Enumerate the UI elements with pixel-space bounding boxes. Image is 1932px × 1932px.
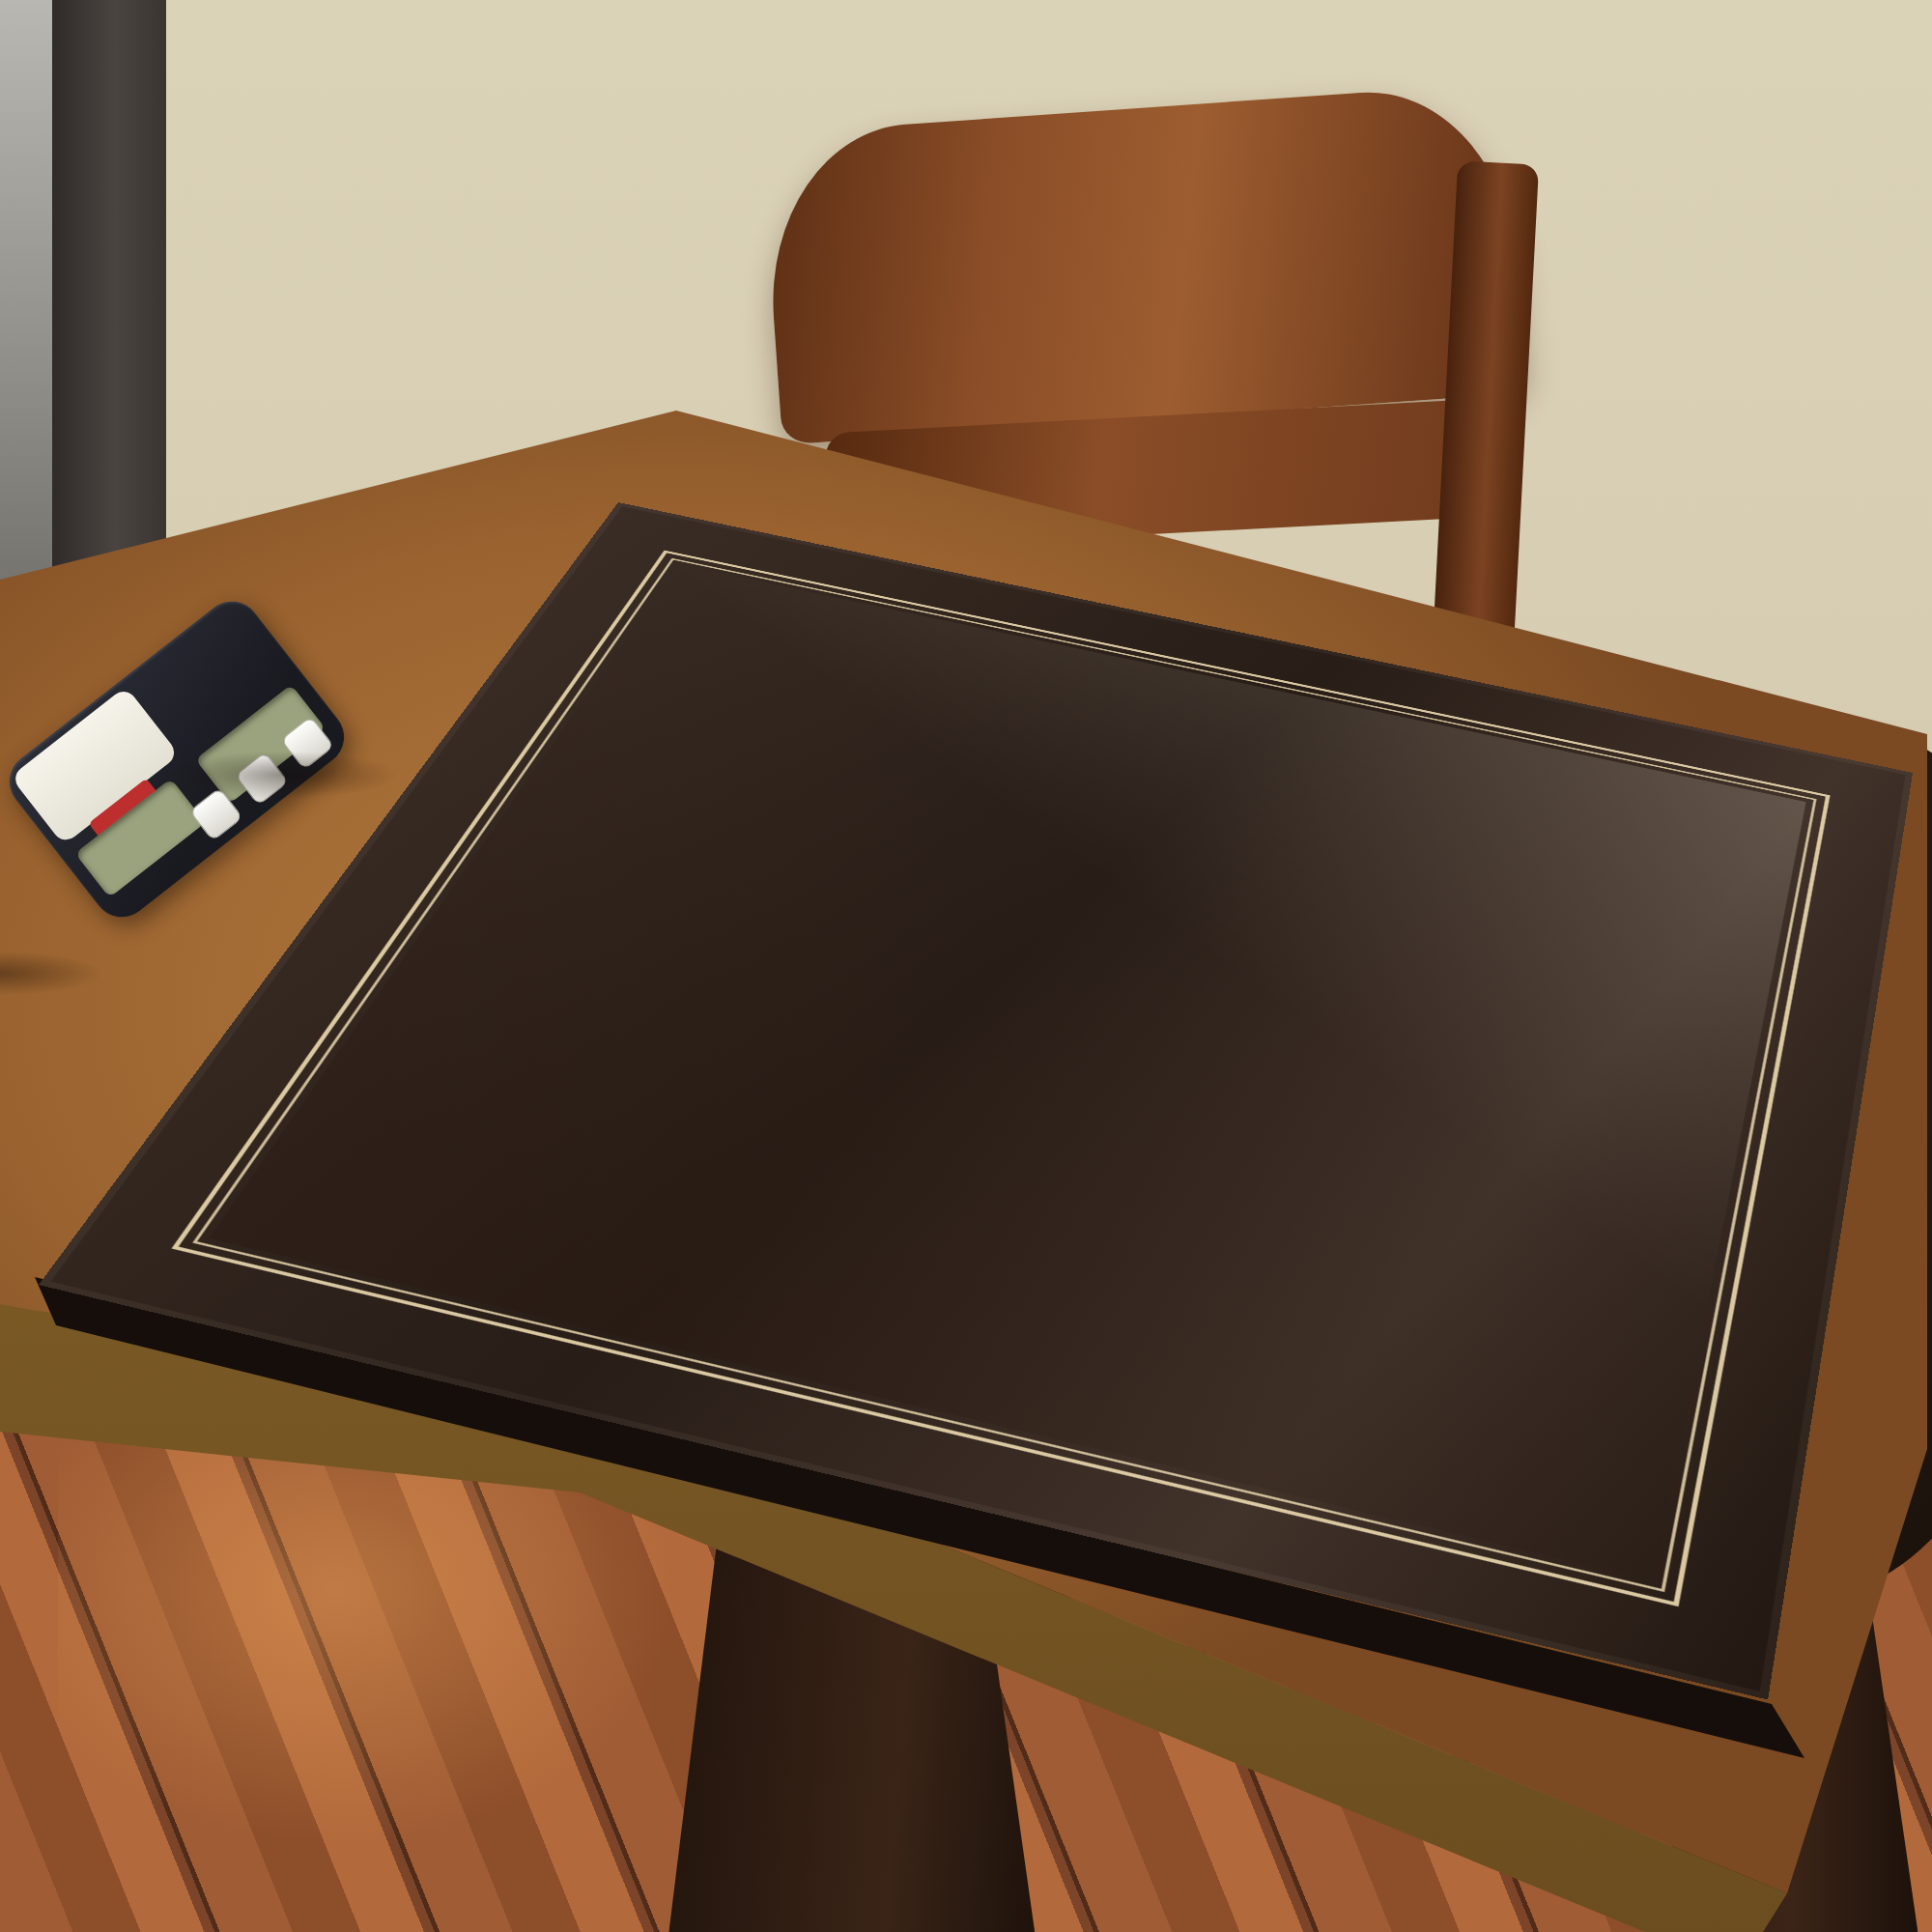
chair-backrest	[761, 82, 1527, 444]
scene	[0, 0, 1932, 1932]
window-glass	[0, 0, 52, 638]
